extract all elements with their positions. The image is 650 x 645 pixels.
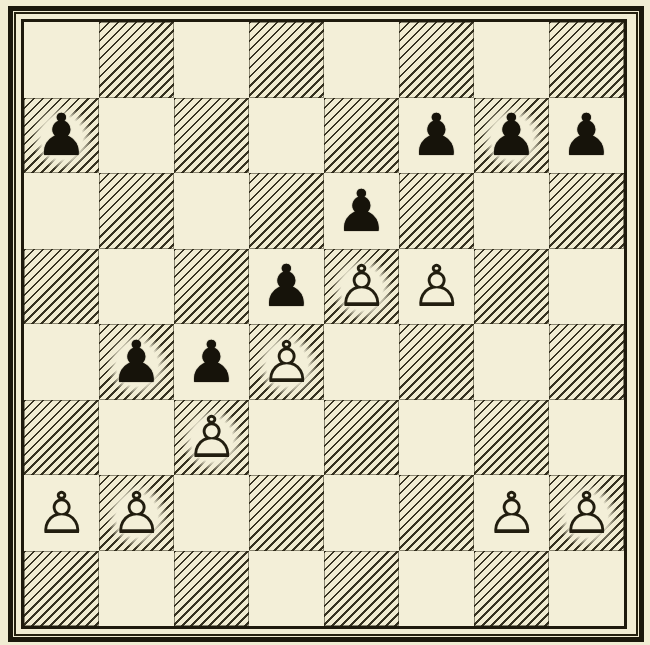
square-e6[interactable]: ♟ xyxy=(324,173,399,249)
square-b2[interactable]: ♙ xyxy=(99,475,174,551)
square-e1[interactable] xyxy=(324,551,399,627)
square-c8[interactable] xyxy=(174,22,249,98)
square-a7[interactable]: ♟ xyxy=(24,98,99,174)
square-h1[interactable] xyxy=(549,551,624,627)
square-b4[interactable]: ♟ xyxy=(99,324,174,400)
square-b7[interactable] xyxy=(99,98,174,174)
square-a3[interactable] xyxy=(24,400,99,476)
square-f4[interactable] xyxy=(399,324,474,400)
square-c2[interactable] xyxy=(174,475,249,551)
black-pawn[interactable]: ♟ xyxy=(481,100,543,170)
square-g6[interactable] xyxy=(474,173,549,249)
white-pawn[interactable]: ♙ xyxy=(181,402,243,472)
square-e5[interactable]: ♙ xyxy=(324,249,399,325)
square-g5[interactable] xyxy=(474,249,549,325)
square-d5[interactable]: ♟ xyxy=(249,249,324,325)
square-d1[interactable] xyxy=(249,551,324,627)
square-c1[interactable] xyxy=(174,551,249,627)
square-f6[interactable] xyxy=(399,173,474,249)
square-e3[interactable] xyxy=(324,400,399,476)
black-pawn[interactable]: ♟ xyxy=(256,251,318,321)
square-f1[interactable] xyxy=(399,551,474,627)
square-a2[interactable]: ♙ xyxy=(24,475,99,551)
square-c3[interactable]: ♙ xyxy=(174,400,249,476)
square-h8[interactable] xyxy=(549,22,624,98)
black-pawn[interactable]: ♟ xyxy=(331,176,393,246)
square-g2[interactable]: ♙ xyxy=(474,475,549,551)
square-f7[interactable]: ♟ xyxy=(399,98,474,174)
black-pawn[interactable]: ♟ xyxy=(556,100,618,170)
square-b5[interactable] xyxy=(99,249,174,325)
square-g3[interactable] xyxy=(474,400,549,476)
square-c5[interactable] xyxy=(174,249,249,325)
square-d3[interactable] xyxy=(249,400,324,476)
square-a8[interactable] xyxy=(24,22,99,98)
square-h6[interactable] xyxy=(549,173,624,249)
white-pawn[interactable]: ♙ xyxy=(331,251,393,321)
square-h4[interactable] xyxy=(549,324,624,400)
square-g7[interactable]: ♟ xyxy=(474,98,549,174)
square-g4[interactable] xyxy=(474,324,549,400)
square-a4[interactable] xyxy=(24,324,99,400)
square-a1[interactable] xyxy=(24,551,99,627)
square-d7[interactable] xyxy=(249,98,324,174)
black-pawn[interactable]: ♟ xyxy=(106,327,168,397)
square-f5[interactable]: ♙ xyxy=(399,249,474,325)
square-c7[interactable] xyxy=(174,98,249,174)
square-d6[interactable] xyxy=(249,173,324,249)
square-b1[interactable] xyxy=(99,551,174,627)
square-e7[interactable] xyxy=(324,98,399,174)
diagram-page: ♟♟♟♟♟♟♙♙♟♟♙♙♙♙♙♙ xyxy=(0,0,650,645)
square-f3[interactable] xyxy=(399,400,474,476)
square-a6[interactable] xyxy=(24,173,99,249)
square-b8[interactable] xyxy=(99,22,174,98)
square-h2[interactable]: ♙ xyxy=(549,475,624,551)
square-e8[interactable] xyxy=(324,22,399,98)
square-f2[interactable] xyxy=(399,475,474,551)
square-e4[interactable] xyxy=(324,324,399,400)
square-d2[interactable] xyxy=(249,475,324,551)
square-a5[interactable] xyxy=(24,249,99,325)
square-d4[interactable]: ♙ xyxy=(249,324,324,400)
square-g1[interactable] xyxy=(474,551,549,627)
square-h7[interactable]: ♟ xyxy=(549,98,624,174)
black-pawn[interactable]: ♟ xyxy=(406,100,468,170)
square-g8[interactable] xyxy=(474,22,549,98)
square-h3[interactable] xyxy=(549,400,624,476)
square-c4[interactable]: ♟ xyxy=(174,324,249,400)
board-frame: ♟♟♟♟♟♟♙♙♟♟♙♙♙♙♙♙ xyxy=(21,19,627,629)
square-h5[interactable] xyxy=(549,249,624,325)
black-pawn[interactable]: ♟ xyxy=(181,327,243,397)
white-pawn[interactable]: ♙ xyxy=(31,478,93,548)
white-pawn[interactable]: ♙ xyxy=(256,327,318,397)
square-c6[interactable] xyxy=(174,173,249,249)
square-b3[interactable] xyxy=(99,400,174,476)
white-pawn[interactable]: ♙ xyxy=(106,478,168,548)
white-pawn[interactable]: ♙ xyxy=(406,251,468,321)
square-f8[interactable] xyxy=(399,22,474,98)
chess-board: ♟♟♟♟♟♟♙♙♟♟♙♙♙♙♙♙ xyxy=(24,22,624,626)
square-d8[interactable] xyxy=(249,22,324,98)
white-pawn[interactable]: ♙ xyxy=(556,478,618,548)
square-b6[interactable] xyxy=(99,173,174,249)
white-pawn[interactable]: ♙ xyxy=(481,478,543,548)
square-e2[interactable] xyxy=(324,475,399,551)
black-pawn[interactable]: ♟ xyxy=(31,100,93,170)
